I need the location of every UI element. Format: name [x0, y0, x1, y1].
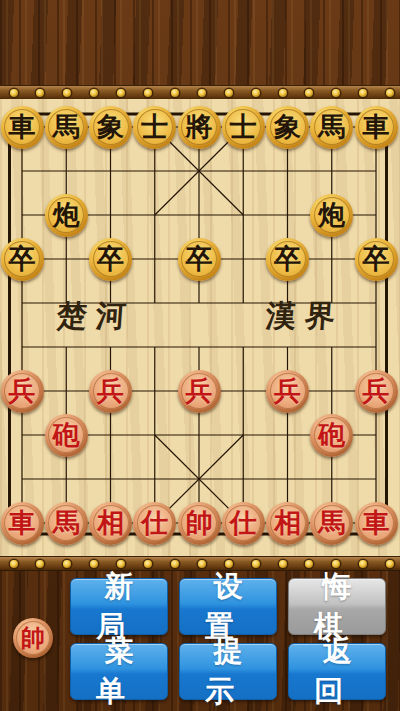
xiangqi-piece-red[interactable]: 兵	[355, 370, 398, 413]
xiangqi-piece-red[interactable]: 仕	[222, 502, 265, 545]
control-panel: 帥 新局设置悔棋菜单提示返回	[0, 570, 400, 711]
nail-stud-icon	[332, 89, 340, 97]
river-label-left: 楚河	[56, 296, 137, 337]
xiangqi-piece-red[interactable]: 兵	[178, 370, 221, 413]
nail-stud-icon	[171, 89, 179, 97]
nail-stud-icon	[279, 89, 287, 97]
xiangqi-piece-black[interactable]: 車	[355, 106, 398, 149]
xiangqi-piece-red[interactable]: 帥	[178, 502, 221, 545]
xiangqi-piece-black[interactable]: 卒	[355, 238, 398, 281]
xiangqi-piece-red[interactable]: 砲	[310, 414, 353, 457]
nail-stud-icon	[359, 89, 367, 97]
xiangqi-piece-black[interactable]: 將	[178, 106, 221, 149]
xiangqi-piece-red[interactable]: 相	[266, 502, 309, 545]
nail-stud-icon	[305, 89, 313, 97]
xiangqi-piece-black[interactable]: 馬	[45, 106, 88, 149]
back-button[interactable]: 返回	[288, 643, 386, 700]
xiangqi-piece-red[interactable]: 馬	[310, 502, 353, 545]
nail-stud-icon	[198, 89, 206, 97]
nail-stud-icon	[36, 560, 44, 568]
nail-stud-icon	[10, 89, 18, 97]
xiangqi-piece-black[interactable]: 象	[89, 106, 132, 149]
settings-button[interactable]: 设置	[179, 578, 277, 635]
xiangqi-piece-red[interactable]: 相	[89, 502, 132, 545]
nail-stud-icon	[171, 560, 179, 568]
xiangqi-piece-red[interactable]: 兵	[1, 370, 44, 413]
top-nail-strip	[0, 85, 400, 100]
menu-button[interactable]: 菜单	[70, 643, 168, 700]
xiangqi-piece-red[interactable]: 馬	[45, 502, 88, 545]
xiangqi-piece-black[interactable]: 車	[1, 106, 44, 149]
new-game-button[interactable]: 新局	[70, 578, 168, 635]
xiangqi-piece-black[interactable]: 卒	[1, 238, 44, 281]
xiangqi-piece-red[interactable]: 仕	[133, 502, 176, 545]
river-label-right: 漢界	[265, 296, 346, 337]
xiangqi-piece-black[interactable]: 象	[266, 106, 309, 149]
xiangqi-piece-red[interactable]: 兵	[89, 370, 132, 413]
xiangqi-piece-black[interactable]: 炮	[310, 194, 353, 237]
red-general-turn-icon: 帥	[13, 618, 53, 658]
nail-stud-icon	[90, 89, 98, 97]
xiangqi-piece-red[interactable]: 車	[355, 502, 398, 545]
undo-button[interactable]: 悔棋	[288, 578, 386, 635]
nail-stud-icon	[279, 560, 287, 568]
xiangqi-piece-black[interactable]: 士	[133, 106, 176, 149]
xiangqi-piece-red[interactable]: 兵	[266, 370, 309, 413]
xiangqi-piece-red[interactable]: 車	[1, 502, 44, 545]
nail-stud-icon	[10, 560, 18, 568]
nail-stud-icon	[225, 89, 233, 97]
nail-stud-icon	[63, 89, 71, 97]
nail-stud-icon	[144, 89, 152, 97]
xiangqi-board: 楚河 漢界 車馬象士將士象馬車炮炮卒卒卒卒卒兵兵兵兵兵砲砲車馬相仕帥仕相馬車	[0, 99, 400, 556]
nail-stud-icon	[386, 89, 394, 97]
xiangqi-piece-black[interactable]: 卒	[89, 238, 132, 281]
nail-stud-icon	[252, 89, 260, 97]
xiangqi-piece-black[interactable]: 炮	[45, 194, 88, 237]
xiangqi-piece-black[interactable]: 卒	[266, 238, 309, 281]
nail-stud-icon	[117, 89, 125, 97]
nail-stud-icon	[386, 560, 394, 568]
xiangqi-piece-red[interactable]: 砲	[45, 414, 88, 457]
hint-button[interactable]: 提示	[179, 643, 277, 700]
xiangqi-app: 楚河 漢界 車馬象士將士象馬車炮炮卒卒卒卒卒兵兵兵兵兵砲砲車馬相仕帥仕相馬車 帥…	[0, 0, 400, 711]
nail-stud-icon	[36, 89, 44, 97]
nail-stud-icon	[63, 560, 71, 568]
xiangqi-piece-black[interactable]: 卒	[178, 238, 221, 281]
xiangqi-piece-black[interactable]: 士	[222, 106, 265, 149]
xiangqi-piece-black[interactable]: 馬	[310, 106, 353, 149]
